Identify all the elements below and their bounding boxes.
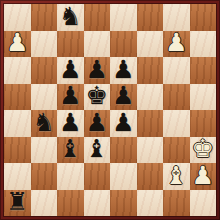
square-b7[interactable] xyxy=(31,31,58,58)
square-f8[interactable] xyxy=(137,4,164,31)
piece-white-pawn[interactable]: ♟ xyxy=(6,30,28,55)
square-d8[interactable] xyxy=(84,4,111,31)
square-e1[interactable] xyxy=(110,190,137,217)
piece-black-pawn[interactable]: ♟ xyxy=(86,57,108,82)
square-h6[interactable] xyxy=(190,57,217,84)
square-h8[interactable] xyxy=(190,4,217,31)
piece-black-pawn[interactable]: ♟ xyxy=(112,83,134,108)
square-a1[interactable]: ♜ xyxy=(4,190,31,217)
square-a5[interactable] xyxy=(4,84,31,111)
square-h2[interactable]: ♟ xyxy=(190,163,217,190)
square-a4[interactable] xyxy=(4,110,31,137)
square-c7[interactable] xyxy=(57,31,84,58)
square-d1[interactable] xyxy=(84,190,111,217)
piece-black-pawn[interactable]: ♟ xyxy=(59,83,81,108)
square-e7[interactable] xyxy=(110,31,137,58)
square-g6[interactable] xyxy=(163,57,190,84)
square-g8[interactable] xyxy=(163,4,190,31)
square-e6[interactable]: ♟ xyxy=(110,57,137,84)
square-c5[interactable]: ♟ xyxy=(57,84,84,111)
square-g4[interactable] xyxy=(163,110,190,137)
square-g1[interactable] xyxy=(163,190,190,217)
square-h3[interactable]: ♚ xyxy=(190,137,217,164)
square-a2[interactable] xyxy=(4,163,31,190)
square-c2[interactable] xyxy=(57,163,84,190)
square-d3[interactable]: ♝ xyxy=(84,137,111,164)
square-c4[interactable]: ♟ xyxy=(57,110,84,137)
square-c8[interactable]: ♞ xyxy=(57,4,84,31)
chess-board: ♞♟♟♟♟♟♟♚♟♞♟♟♟♝♝♚♝♟♜ xyxy=(4,4,216,216)
piece-black-pawn[interactable]: ♟ xyxy=(59,110,81,135)
square-e3[interactable] xyxy=(110,137,137,164)
square-g7[interactable]: ♟ xyxy=(163,31,190,58)
piece-black-knight[interactable]: ♞ xyxy=(59,4,81,29)
square-b6[interactable] xyxy=(31,57,58,84)
square-c6[interactable]: ♟ xyxy=(57,57,84,84)
piece-black-pawn[interactable]: ♟ xyxy=(86,110,108,135)
piece-white-pawn[interactable]: ♟ xyxy=(192,163,214,188)
square-b8[interactable] xyxy=(31,4,58,31)
square-c1[interactable] xyxy=(57,190,84,217)
square-f2[interactable] xyxy=(137,163,164,190)
square-h1[interactable] xyxy=(190,190,217,217)
square-h5[interactable] xyxy=(190,84,217,111)
square-f1[interactable] xyxy=(137,190,164,217)
square-g5[interactable] xyxy=(163,84,190,111)
square-f3[interactable] xyxy=(137,137,164,164)
piece-white-pawn[interactable]: ♟ xyxy=(165,30,187,55)
square-d5[interactable]: ♚ xyxy=(84,84,111,111)
square-b3[interactable] xyxy=(31,137,58,164)
square-g2[interactable]: ♝ xyxy=(163,163,190,190)
square-e4[interactable]: ♟ xyxy=(110,110,137,137)
square-a6[interactable] xyxy=(4,57,31,84)
square-h7[interactable] xyxy=(190,31,217,58)
square-e8[interactable] xyxy=(110,4,137,31)
square-f6[interactable] xyxy=(137,57,164,84)
square-b2[interactable] xyxy=(31,163,58,190)
board-frame: ♞♟♟♟♟♟♟♚♟♞♟♟♟♝♝♚♝♟♜ xyxy=(0,0,220,220)
piece-black-bishop[interactable]: ♝ xyxy=(86,136,108,161)
piece-black-bishop[interactable]: ♝ xyxy=(59,136,81,161)
piece-black-rook[interactable]: ♜ xyxy=(6,189,28,214)
square-g3[interactable] xyxy=(163,137,190,164)
square-e5[interactable]: ♟ xyxy=(110,84,137,111)
square-f5[interactable] xyxy=(137,84,164,111)
square-d2[interactable] xyxy=(84,163,111,190)
piece-black-pawn[interactable]: ♟ xyxy=(112,57,134,82)
square-b4[interactable]: ♞ xyxy=(31,110,58,137)
square-d4[interactable]: ♟ xyxy=(84,110,111,137)
square-d7[interactable] xyxy=(84,31,111,58)
square-d6[interactable]: ♟ xyxy=(84,57,111,84)
piece-white-king[interactable]: ♚ xyxy=(192,136,214,161)
piece-white-bishop[interactable]: ♝ xyxy=(165,163,187,188)
piece-black-king[interactable]: ♚ xyxy=(86,83,108,108)
piece-black-knight[interactable]: ♞ xyxy=(33,110,55,135)
square-e2[interactable] xyxy=(110,163,137,190)
square-a3[interactable] xyxy=(4,137,31,164)
square-f4[interactable] xyxy=(137,110,164,137)
square-h4[interactable] xyxy=(190,110,217,137)
square-f7[interactable] xyxy=(137,31,164,58)
square-c3[interactable]: ♝ xyxy=(57,137,84,164)
piece-black-pawn[interactable]: ♟ xyxy=(112,110,134,135)
square-a8[interactable] xyxy=(4,4,31,31)
square-b5[interactable] xyxy=(31,84,58,111)
piece-black-pawn[interactable]: ♟ xyxy=(59,57,81,82)
square-b1[interactable] xyxy=(31,190,58,217)
square-a7[interactable]: ♟ xyxy=(4,31,31,58)
